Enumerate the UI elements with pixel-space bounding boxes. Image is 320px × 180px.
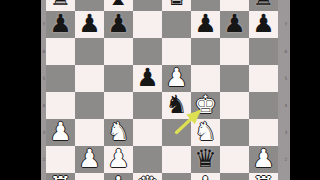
square-g8[interactable] bbox=[220, 0, 249, 11]
square-g7[interactable]: ♟ bbox=[220, 11, 249, 38]
rank-label-right-6: 6 bbox=[284, 49, 288, 54]
square-d1[interactable]: ♛ bbox=[133, 173, 162, 180]
piece-white-knight: ♞ bbox=[107, 119, 129, 144]
square-d6[interactable] bbox=[133, 38, 162, 65]
rank-label-right-7: 7 bbox=[284, 22, 288, 27]
square-d7[interactable] bbox=[133, 11, 162, 38]
square-a7[interactable]: ♟ bbox=[46, 11, 75, 38]
square-c1[interactable]: ♝ bbox=[104, 173, 133, 180]
square-g2[interactable] bbox=[220, 146, 249, 173]
square-f5[interactable] bbox=[191, 65, 220, 92]
square-b4[interactable] bbox=[75, 92, 104, 119]
square-h2[interactable]: ♟ bbox=[249, 146, 278, 173]
square-c3[interactable]: ♞ bbox=[104, 119, 133, 146]
piece-black-pawn: ♟ bbox=[223, 11, 245, 36]
piece-white-bishop: ♝ bbox=[107, 173, 129, 180]
piece-black-queen: ♛ bbox=[194, 146, 216, 171]
piece-black-pawn: ♟ bbox=[107, 11, 129, 36]
square-h3[interactable] bbox=[249, 119, 278, 146]
rank-label-right-5: 5 bbox=[284, 76, 288, 81]
square-d8[interactable] bbox=[133, 0, 162, 11]
piece-black-knight: ♞ bbox=[165, 92, 187, 117]
square-f8[interactable] bbox=[191, 0, 220, 11]
square-f3[interactable]: ♞ bbox=[191, 119, 220, 146]
piece-white-king: ♚ bbox=[194, 92, 216, 117]
square-e1[interactable] bbox=[162, 173, 191, 180]
square-e2[interactable] bbox=[162, 146, 191, 173]
square-c8[interactable]: ♝ bbox=[104, 0, 133, 11]
piece-white-rook: ♜ bbox=[49, 173, 71, 180]
square-f7[interactable]: ♟ bbox=[191, 11, 220, 38]
piece-white-knight: ♞ bbox=[194, 119, 216, 144]
rank-label-right-3: 3 bbox=[284, 130, 288, 135]
piece-white-pawn: ♟ bbox=[165, 65, 187, 90]
square-g5[interactable] bbox=[220, 65, 249, 92]
piece-black-pawn: ♟ bbox=[49, 11, 71, 36]
square-a2[interactable] bbox=[46, 146, 75, 173]
letterbox-left-bar bbox=[0, 0, 41, 180]
square-d4[interactable] bbox=[133, 92, 162, 119]
square-f2[interactable]: ♛ bbox=[191, 146, 220, 173]
square-a5[interactable] bbox=[46, 65, 75, 92]
square-e6[interactable] bbox=[162, 38, 191, 65]
square-h7[interactable]: ♟ bbox=[249, 11, 278, 38]
square-d2[interactable] bbox=[133, 146, 162, 173]
square-f4[interactable]: ♚ bbox=[191, 92, 220, 119]
piece-black-pawn: ♟ bbox=[78, 11, 100, 36]
square-e7[interactable] bbox=[162, 11, 191, 38]
square-g1[interactable] bbox=[220, 173, 249, 180]
square-g3[interactable] bbox=[220, 119, 249, 146]
piece-black-pawn: ♟ bbox=[136, 65, 158, 90]
square-e5[interactable]: ♟ bbox=[162, 65, 191, 92]
square-a3[interactable]: ♟ bbox=[46, 119, 75, 146]
square-h6[interactable] bbox=[249, 38, 278, 65]
square-b2[interactable]: ♟ bbox=[75, 146, 104, 173]
piece-white-pawn: ♟ bbox=[49, 119, 71, 144]
square-g4[interactable] bbox=[220, 92, 249, 119]
square-a6[interactable] bbox=[46, 38, 75, 65]
square-d3[interactable] bbox=[133, 119, 162, 146]
piece-white-bishop: ♝ bbox=[194, 173, 216, 180]
square-h4[interactable] bbox=[249, 92, 278, 119]
piece-white-pawn: ♟ bbox=[252, 146, 274, 171]
square-b5[interactable] bbox=[75, 65, 104, 92]
square-c7[interactable]: ♟ bbox=[104, 11, 133, 38]
piece-white-pawn: ♟ bbox=[107, 146, 129, 171]
rank-label-right-4: 4 bbox=[284, 103, 288, 108]
piece-black-rook: ♜ bbox=[49, 0, 71, 9]
rank-label-right-2: 2 bbox=[284, 157, 288, 162]
square-h5[interactable] bbox=[249, 65, 278, 92]
square-f6[interactable] bbox=[191, 38, 220, 65]
square-h1[interactable]: ♜ bbox=[249, 173, 278, 180]
chessboard: ♜♝♚♜♟♟♟♟♟♟♟♟♞♚♟♞♞♟♟♛♟♜♝♛♝♜ bbox=[46, 0, 278, 180]
square-a4[interactable] bbox=[46, 92, 75, 119]
piece-black-rook: ♜ bbox=[252, 0, 274, 9]
square-e8[interactable]: ♚ bbox=[162, 0, 191, 11]
piece-white-pawn: ♟ bbox=[78, 146, 100, 171]
piece-black-pawn: ♟ bbox=[194, 11, 216, 36]
square-g6[interactable] bbox=[220, 38, 249, 65]
square-b6[interactable] bbox=[75, 38, 104, 65]
square-d5[interactable]: ♟ bbox=[133, 65, 162, 92]
square-e4[interactable]: ♞ bbox=[162, 92, 191, 119]
square-a8[interactable]: ♜ bbox=[46, 0, 75, 11]
letterbox-right-bar bbox=[290, 0, 320, 180]
square-c6[interactable] bbox=[104, 38, 133, 65]
chessboard-frame: ♜♝♚♜♟♟♟♟♟♟♟♟♞♚♟♞♞♟♟♛♟♜♝♛♝♜ 8877665544332… bbox=[41, 0, 290, 180]
square-b7[interactable]: ♟ bbox=[75, 11, 104, 38]
piece-white-queen: ♛ bbox=[136, 173, 158, 180]
square-c5[interactable] bbox=[104, 65, 133, 92]
piece-black-bishop: ♝ bbox=[107, 0, 129, 9]
piece-black-pawn: ♟ bbox=[252, 11, 274, 36]
square-b1[interactable] bbox=[75, 173, 104, 180]
piece-black-king: ♚ bbox=[165, 0, 187, 9]
piece-white-rook: ♜ bbox=[252, 173, 274, 180]
square-b3[interactable] bbox=[75, 119, 104, 146]
square-c2[interactable]: ♟ bbox=[104, 146, 133, 173]
video-frame: ♜♝♚♜♟♟♟♟♟♟♟♟♞♚♟♞♞♟♟♛♟♜♝♛♝♜ 8877665544332… bbox=[0, 0, 320, 180]
square-e3[interactable] bbox=[162, 119, 191, 146]
square-c4[interactable] bbox=[104, 92, 133, 119]
square-b8[interactable] bbox=[75, 0, 104, 11]
square-f1[interactable]: ♝ bbox=[191, 173, 220, 180]
square-h8[interactable]: ♜ bbox=[249, 0, 278, 11]
square-a1[interactable]: ♜ bbox=[46, 173, 75, 180]
